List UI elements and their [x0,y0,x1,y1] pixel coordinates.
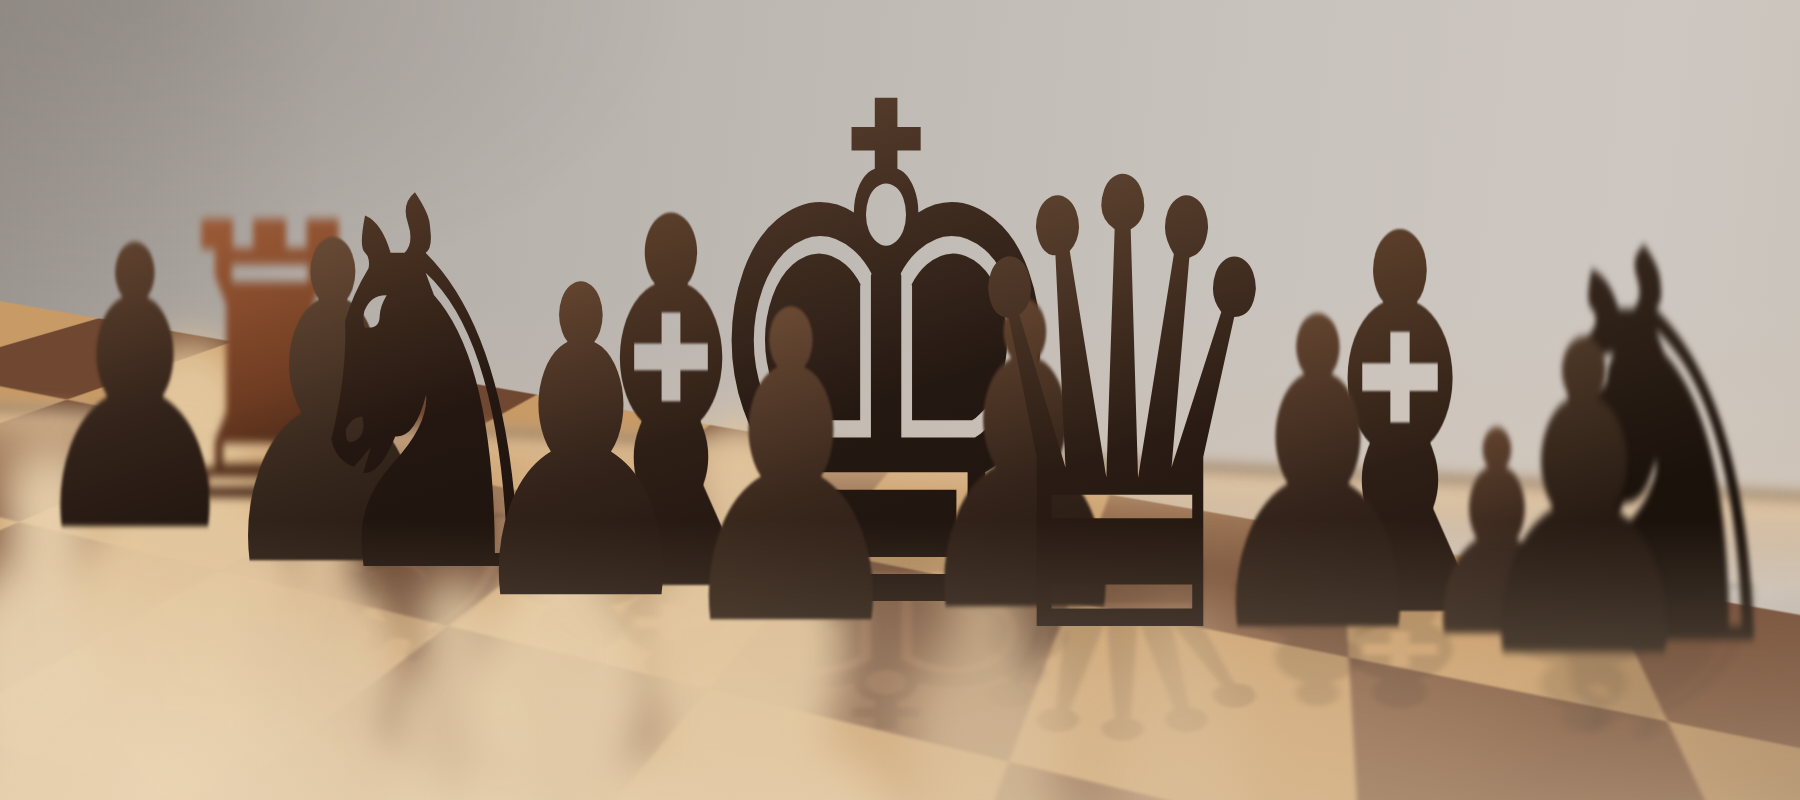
chess-photo-scene: ♟♜♟♟♞♞♟♟♝♝♟♟♚♚♟♟♛♛♟♟♝♝♟♟♟♞♞♟♟♟♟♟♟♟♟ [0,0,1800,800]
foreground-defocus-haze-left [0,410,520,800]
